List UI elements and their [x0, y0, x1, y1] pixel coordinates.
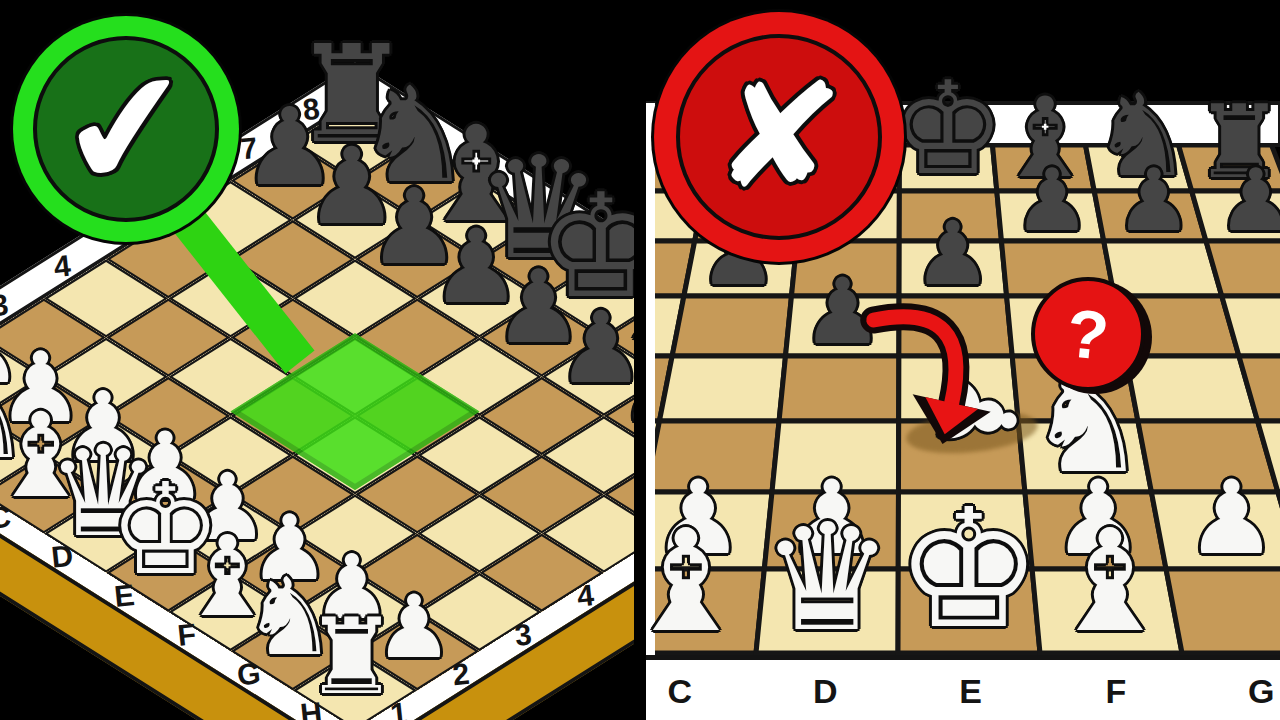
check-icon: ✔ [52, 44, 200, 215]
cross-icon: ✘ [710, 57, 848, 218]
check-badge-inner: ✔ [33, 36, 219, 222]
question-icon: ? [1064, 298, 1112, 370]
file-label: F [1106, 672, 1127, 711]
piece-white-rook[interactable]: ♜ [305, 605, 399, 710]
left-panel-correct: ABCDEFGH1122334455667788 ♜♞♟♝♟♛♟♚♟♝♟♟♟♟♟… [0, 0, 634, 720]
cross-badge: ✘ [654, 12, 904, 262]
file-label: C [668, 672, 693, 711]
highlight-beam [172, 200, 300, 362]
cross-badge-inner: ✘ [676, 34, 882, 240]
question-badge: ? [1031, 277, 1145, 391]
file-label: D [813, 672, 838, 711]
file-label-strip: CDEFG [646, 655, 1280, 720]
piece-black-pawn[interactable]: ♟ [620, 339, 634, 436]
check-badge: ✔ [13, 16, 239, 242]
file-label: E [959, 672, 982, 711]
thumbnail-stage: ABCDEFGH1122334455667788 ♜♞♟♝♟♛♟♚♟♝♟♟♟♟♟… [0, 0, 1280, 720]
right-panel-incorrect: ♚♝♞♜♟♟♟♟♟♟♟♞♟♟♟♟♝♛♚♝ CDEFG ? ✘ [646, 0, 1280, 720]
file-label: G [1248, 672, 1274, 711]
